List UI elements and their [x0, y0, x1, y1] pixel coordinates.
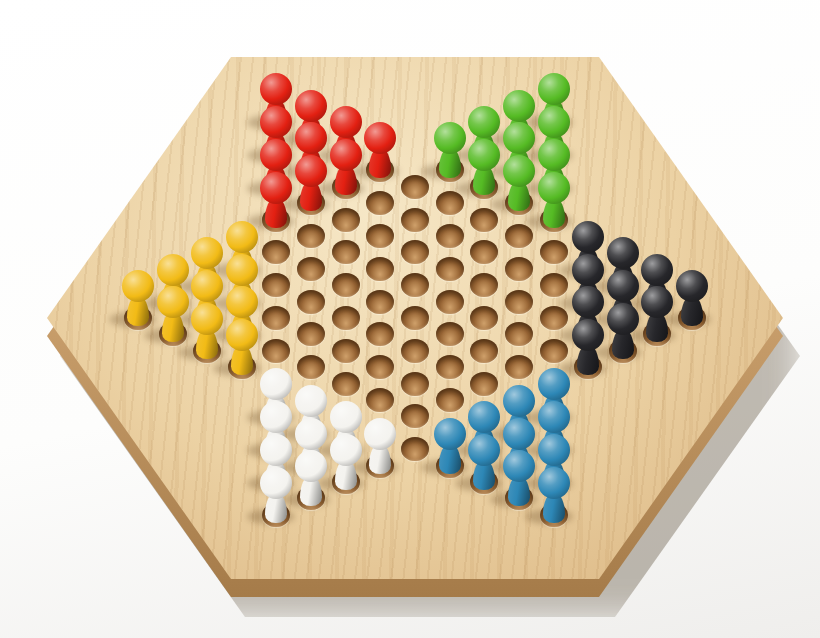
peg-head: [434, 122, 466, 154]
hole[interactable]: [366, 290, 394, 314]
hole[interactable]: [436, 388, 464, 412]
board-cells-layer: [0, 0, 820, 638]
hole[interactable]: [505, 322, 533, 346]
peg-green[interactable]: [467, 139, 501, 195]
hole[interactable]: [332, 208, 360, 232]
peg-head: [676, 270, 708, 302]
peg-green[interactable]: [502, 155, 536, 211]
peg-head: [191, 270, 223, 302]
hole[interactable]: [401, 273, 429, 297]
peg-head: [538, 106, 570, 138]
peg-head: [260, 139, 292, 171]
peg-blue[interactable]: [467, 434, 501, 490]
peg-head: [330, 139, 362, 171]
hole[interactable]: [505, 355, 533, 379]
hole[interactable]: [401, 306, 429, 330]
peg-blue[interactable]: [537, 467, 571, 523]
peg-head: [122, 270, 154, 302]
peg-head: [538, 434, 570, 466]
peg-head: [538, 467, 570, 499]
hole[interactable]: [436, 290, 464, 314]
peg-head: [295, 385, 327, 417]
hole[interactable]: [505, 290, 533, 314]
peg-red[interactable]: [294, 155, 328, 211]
peg-head: [468, 106, 500, 138]
hole[interactable]: [366, 388, 394, 412]
peg-red[interactable]: [363, 122, 397, 178]
peg-red[interactable]: [329, 139, 363, 195]
peg-head: [260, 368, 292, 400]
hole[interactable]: [401, 208, 429, 232]
hole[interactable]: [505, 257, 533, 281]
hole[interactable]: [297, 290, 325, 314]
hole[interactable]: [401, 372, 429, 396]
hole[interactable]: [470, 240, 498, 264]
hole[interactable]: [366, 224, 394, 248]
peg-head: [226, 254, 258, 286]
hole[interactable]: [540, 273, 568, 297]
peg-head: [295, 450, 327, 482]
peg-head: [538, 368, 570, 400]
peg-head: [468, 139, 500, 171]
hole[interactable]: [436, 257, 464, 281]
peg-head: [538, 401, 570, 433]
hole[interactable]: [262, 240, 290, 264]
photo-backdrop: [0, 0, 820, 638]
peg-green[interactable]: [433, 122, 467, 178]
peg-head: [641, 254, 673, 286]
peg-head: [468, 434, 500, 466]
peg-head: [260, 73, 292, 105]
peg-black[interactable]: [571, 319, 605, 375]
peg-head: [295, 122, 327, 154]
hole[interactable]: [401, 339, 429, 363]
peg-head: [226, 319, 258, 351]
peg-head: [607, 303, 639, 335]
hole[interactable]: [505, 224, 533, 248]
peg-head: [538, 73, 570, 105]
hole[interactable]: [470, 372, 498, 396]
hole[interactable]: [470, 306, 498, 330]
hole[interactable]: [436, 355, 464, 379]
hole[interactable]: [401, 404, 429, 428]
peg-head: [538, 139, 570, 171]
peg-head: [330, 434, 362, 466]
peg-head: [157, 254, 189, 286]
peg-head: [503, 385, 535, 417]
peg-head: [260, 401, 292, 433]
hole[interactable]: [540, 240, 568, 264]
hole[interactable]: [262, 339, 290, 363]
hole[interactable]: [540, 339, 568, 363]
peg-white[interactable]: [363, 418, 397, 474]
peg-head: [434, 418, 466, 450]
hole[interactable]: [332, 273, 360, 297]
peg-green[interactable]: [537, 172, 571, 228]
hole[interactable]: [297, 322, 325, 346]
peg-head: [607, 270, 639, 302]
peg-head: [572, 254, 604, 286]
peg-head: [191, 237, 223, 269]
hole[interactable]: [332, 339, 360, 363]
peg-head: [641, 286, 673, 318]
hole[interactable]: [297, 355, 325, 379]
peg-white[interactable]: [294, 450, 328, 506]
hole[interactable]: [366, 191, 394, 215]
peg-head: [572, 221, 604, 253]
peg-head: [295, 418, 327, 450]
peg-head: [226, 221, 258, 253]
peg-blue[interactable]: [433, 418, 467, 474]
peg-head: [364, 122, 396, 154]
hole[interactable]: [332, 372, 360, 396]
hole[interactable]: [262, 273, 290, 297]
peg-head: [157, 286, 189, 318]
peg-head: [295, 90, 327, 122]
hole[interactable]: [470, 339, 498, 363]
hole[interactable]: [470, 273, 498, 297]
peg-yellow[interactable]: [190, 303, 224, 359]
peg-head: [330, 401, 362, 433]
peg-head: [503, 155, 535, 187]
hole[interactable]: [401, 240, 429, 264]
hole[interactable]: [262, 306, 290, 330]
peg-head: [226, 286, 258, 318]
hole[interactable]: [297, 224, 325, 248]
peg-head: [503, 450, 535, 482]
peg-head: [330, 106, 362, 138]
hole[interactable]: [366, 257, 394, 281]
peg-black[interactable]: [675, 270, 709, 326]
peg-yellow[interactable]: [225, 319, 259, 375]
hole[interactable]: [470, 208, 498, 232]
hole[interactable]: [366, 322, 394, 346]
peg-black[interactable]: [606, 303, 640, 359]
peg-head: [260, 172, 292, 204]
hole[interactable]: [436, 191, 464, 215]
peg-head: [295, 155, 327, 187]
peg-yellow[interactable]: [121, 270, 155, 326]
hole[interactable]: [401, 437, 429, 461]
peg-red[interactable]: [259, 172, 293, 228]
peg-head: [607, 237, 639, 269]
peg-head: [538, 172, 570, 204]
hole[interactable]: [540, 306, 568, 330]
peg-head: [260, 106, 292, 138]
peg-head: [503, 418, 535, 450]
hole[interactable]: [436, 322, 464, 346]
peg-black[interactable]: [640, 286, 674, 342]
peg-yellow[interactable]: [156, 286, 190, 342]
peg-head: [572, 319, 604, 351]
peg-head: [260, 434, 292, 466]
hole[interactable]: [332, 306, 360, 330]
peg-head: [503, 90, 535, 122]
peg-head: [191, 303, 223, 335]
hole[interactable]: [366, 355, 394, 379]
hole[interactable]: [332, 240, 360, 264]
hole[interactable]: [297, 257, 325, 281]
peg-head: [503, 122, 535, 154]
peg-head: [260, 467, 292, 499]
peg-white[interactable]: [259, 467, 293, 523]
peg-white[interactable]: [329, 434, 363, 490]
peg-head: [364, 418, 396, 450]
peg-head: [468, 401, 500, 433]
hole[interactable]: [401, 175, 429, 199]
hole[interactable]: [436, 224, 464, 248]
peg-blue[interactable]: [502, 450, 536, 506]
peg-head: [572, 286, 604, 318]
